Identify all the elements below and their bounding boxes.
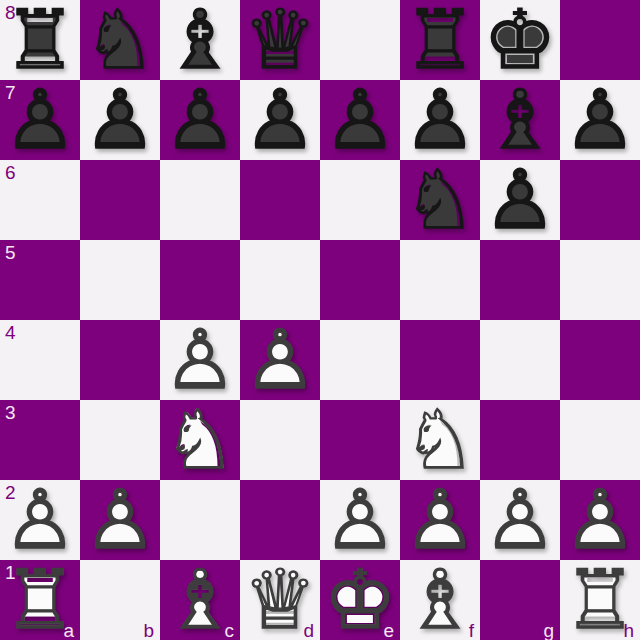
square-a7[interactable]: 7♟♙ [0, 80, 80, 160]
square-d5[interactable] [240, 240, 320, 320]
black-pawn-outline: ♙ [160, 80, 240, 160]
black-bishop-outline: ♗ [160, 0, 240, 80]
black-knight-glyph: ♞ [400, 160, 480, 240]
file-label-f: f [469, 621, 474, 640]
black-pawn-outline: ♙ [560, 80, 640, 160]
square-h6[interactable] [560, 160, 640, 240]
square-g1[interactable]: g [480, 560, 560, 640]
rank-label-2: 2 [5, 483, 16, 502]
square-e3[interactable] [320, 400, 400, 480]
square-g7[interactable]: ♝♗ [480, 80, 560, 160]
rank-label-1: 1 [5, 563, 16, 582]
square-c6[interactable] [160, 160, 240, 240]
piece-black-bishop-g7[interactable]: ♝♗ [480, 80, 560, 160]
rank-label-6: 6 [5, 163, 16, 182]
black-rook-outline: ♖ [400, 0, 480, 80]
square-a6[interactable]: 6 [0, 160, 80, 240]
piece-white-pawn-c4[interactable]: ♟♙ [160, 320, 240, 400]
square-h8[interactable] [560, 0, 640, 80]
square-g8[interactable]: ♚♔ [480, 0, 560, 80]
black-pawn-outline: ♙ [320, 80, 400, 160]
square-d1[interactable]: d♛♕ [240, 560, 320, 640]
piece-black-pawn-f7[interactable]: ♟♙ [400, 80, 480, 160]
square-f1[interactable]: f♝♗ [400, 560, 480, 640]
file-label-d: d [303, 621, 314, 640]
square-h3[interactable] [560, 400, 640, 480]
square-c1[interactable]: c♝♗ [160, 560, 240, 640]
rank-label-8: 8 [5, 3, 16, 22]
white-pawn-glyph: ♟ [480, 480, 560, 560]
white-pawn-outline: ♙ [560, 480, 640, 560]
piece-white-pawn-d4[interactable]: ♟♙ [240, 320, 320, 400]
file-label-h: h [623, 621, 634, 640]
white-pawn-glyph: ♟ [80, 480, 160, 560]
square-f8[interactable]: ♜♖ [400, 0, 480, 80]
piece-white-pawn-b2[interactable]: ♟♙ [80, 480, 160, 560]
square-g5[interactable] [480, 240, 560, 320]
square-f7[interactable]: ♟♙ [400, 80, 480, 160]
black-king-glyph: ♚ [480, 0, 560, 80]
square-f6[interactable]: ♞♘ [400, 160, 480, 240]
square-a1[interactable]: 1a♜♖ [0, 560, 80, 640]
square-e1[interactable]: e♚♔ [320, 560, 400, 640]
square-c8[interactable]: ♝♗ [160, 0, 240, 80]
square-a5[interactable]: 5 [0, 240, 80, 320]
black-pawn-glyph: ♟ [480, 160, 560, 240]
square-f2[interactable]: ♟♙ [400, 480, 480, 560]
square-g3[interactable] [480, 400, 560, 480]
square-c4[interactable]: ♟♙ [160, 320, 240, 400]
piece-white-pawn-h2[interactable]: ♟♙ [560, 480, 640, 560]
piece-black-knight-b8[interactable]: ♞♘ [80, 0, 160, 80]
piece-black-king-g8[interactable]: ♚♔ [480, 0, 560, 80]
square-b4[interactable] [80, 320, 160, 400]
square-a2[interactable]: 2♟♙ [0, 480, 80, 560]
square-d3[interactable] [240, 400, 320, 480]
square-g4[interactable] [480, 320, 560, 400]
black-pawn-glyph: ♟ [160, 80, 240, 160]
piece-black-queen-d8[interactable]: ♛♕ [240, 0, 320, 80]
piece-white-knight-f3[interactable]: ♞♘ [400, 400, 480, 480]
square-b3[interactable] [80, 400, 160, 480]
black-pawn-outline: ♙ [480, 160, 560, 240]
black-knight-outline: ♘ [400, 160, 480, 240]
square-h5[interactable] [560, 240, 640, 320]
square-f5[interactable] [400, 240, 480, 320]
square-e8[interactable] [320, 0, 400, 80]
rank-label-3: 3 [5, 403, 16, 422]
black-pawn-glyph: ♟ [240, 80, 320, 160]
white-knight-outline: ♘ [160, 400, 240, 480]
square-d4[interactable]: ♟♙ [240, 320, 320, 400]
piece-white-pawn-g2[interactable]: ♟♙ [480, 480, 560, 560]
white-knight-outline: ♘ [400, 400, 480, 480]
square-e2[interactable]: ♟♙ [320, 480, 400, 560]
square-a8[interactable]: 8♜♖ [0, 0, 80, 80]
square-g6[interactable]: ♟♙ [480, 160, 560, 240]
piece-black-pawn-d7[interactable]: ♟♙ [240, 80, 320, 160]
piece-black-pawn-c7[interactable]: ♟♙ [160, 80, 240, 160]
black-pawn-outline: ♙ [400, 80, 480, 160]
piece-black-pawn-e7[interactable]: ♟♙ [320, 80, 400, 160]
rank-label-4: 4 [5, 323, 16, 342]
white-pawn-glyph: ♟ [240, 320, 320, 400]
rank-label-5: 5 [5, 243, 16, 262]
square-f4[interactable] [400, 320, 480, 400]
piece-black-pawn-b7[interactable]: ♟♙ [80, 80, 160, 160]
square-g2[interactable]: ♟♙ [480, 480, 560, 560]
black-pawn-outline: ♙ [80, 80, 160, 160]
square-f3[interactable]: ♞♘ [400, 400, 480, 480]
square-c7[interactable]: ♟♙ [160, 80, 240, 160]
black-pawn-outline: ♙ [240, 80, 320, 160]
rank-label-7: 7 [5, 83, 16, 102]
black-bishop-outline: ♗ [480, 80, 560, 160]
square-a4[interactable]: 4 [0, 320, 80, 400]
piece-white-knight-c3[interactable]: ♞♘ [160, 400, 240, 480]
black-bishop-glyph: ♝ [160, 0, 240, 80]
square-b7[interactable]: ♟♙ [80, 80, 160, 160]
white-pawn-glyph: ♟ [320, 480, 400, 560]
square-a3[interactable]: 3 [0, 400, 80, 480]
black-pawn-glyph: ♟ [560, 80, 640, 160]
black-knight-outline: ♘ [80, 0, 160, 80]
black-knight-glyph: ♞ [80, 0, 160, 80]
piece-black-bishop-c8[interactable]: ♝♗ [160, 0, 240, 80]
square-b8[interactable]: ♞♘ [80, 0, 160, 80]
piece-black-pawn-h7[interactable]: ♟♙ [560, 80, 640, 160]
square-h2[interactable]: ♟♙ [560, 480, 640, 560]
file-label-e: e [383, 621, 394, 640]
square-c2[interactable] [160, 480, 240, 560]
black-pawn-glyph: ♟ [80, 80, 160, 160]
square-d2[interactable] [240, 480, 320, 560]
white-knight-glyph: ♞ [400, 400, 480, 480]
black-queen-glyph: ♛ [240, 0, 320, 80]
white-pawn-outline: ♙ [320, 480, 400, 560]
square-d8[interactable]: ♛♕ [240, 0, 320, 80]
square-h4[interactable] [560, 320, 640, 400]
black-pawn-glyph: ♟ [400, 80, 480, 160]
file-label-b: b [143, 621, 154, 640]
square-d7[interactable]: ♟♙ [240, 80, 320, 160]
white-pawn-outline: ♙ [240, 320, 320, 400]
white-pawn-glyph: ♟ [400, 480, 480, 560]
piece-black-pawn-g6[interactable]: ♟♙ [480, 160, 560, 240]
white-pawn-glyph: ♟ [560, 480, 640, 560]
piece-black-knight-f6[interactable]: ♞♘ [400, 160, 480, 240]
file-label-c: c [225, 621, 235, 640]
square-e5[interactable] [320, 240, 400, 320]
black-king-outline: ♔ [480, 0, 560, 80]
piece-white-pawn-f2[interactable]: ♟♙ [400, 480, 480, 560]
white-pawn-glyph: ♟ [160, 320, 240, 400]
white-pawn-outline: ♙ [80, 480, 160, 560]
square-e6[interactable] [320, 160, 400, 240]
square-b1[interactable]: b [80, 560, 160, 640]
white-pawn-outline: ♙ [160, 320, 240, 400]
square-b6[interactable] [80, 160, 160, 240]
black-rook-glyph: ♜ [400, 0, 480, 80]
square-h7[interactable]: ♟♙ [560, 80, 640, 160]
square-h1[interactable]: h♜♖ [560, 560, 640, 640]
chess-board: 8♜♖♞♘♝♗♛♕♜♖♚♔7♟♙♟♙♟♙♟♙♟♙♟♙♝♗♟♙6♞♘♟♙54♟♙♟… [0, 0, 640, 640]
white-knight-glyph: ♞ [160, 400, 240, 480]
white-pawn-outline: ♙ [400, 480, 480, 560]
square-e4[interactable] [320, 320, 400, 400]
black-bishop-glyph: ♝ [480, 80, 560, 160]
file-label-g: g [543, 621, 554, 640]
square-b5[interactable] [80, 240, 160, 320]
black-queen-outline: ♕ [240, 0, 320, 80]
piece-black-rook-f8[interactable]: ♜♖ [400, 0, 480, 80]
piece-white-pawn-e2[interactable]: ♟♙ [320, 480, 400, 560]
white-pawn-outline: ♙ [480, 480, 560, 560]
square-c3[interactable]: ♞♘ [160, 400, 240, 480]
square-c5[interactable] [160, 240, 240, 320]
square-e7[interactable]: ♟♙ [320, 80, 400, 160]
square-d6[interactable] [240, 160, 320, 240]
square-b2[interactable]: ♟♙ [80, 480, 160, 560]
file-label-a: a [63, 621, 74, 640]
black-pawn-glyph: ♟ [320, 80, 400, 160]
